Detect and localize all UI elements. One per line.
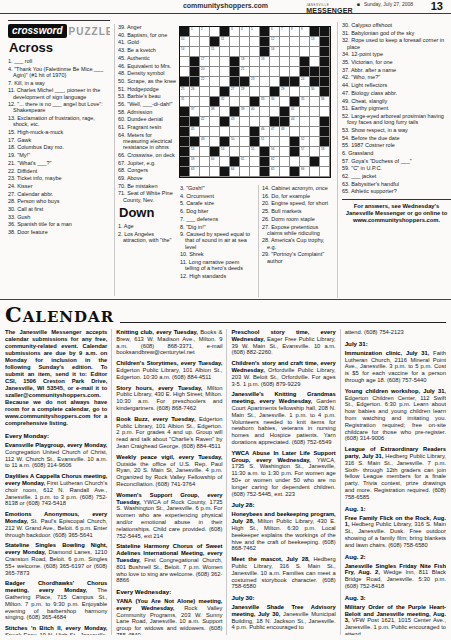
grid-cell[interactable] xyxy=(300,157,309,166)
grid-cell[interactable]: 39 xyxy=(240,107,249,116)
calendar-entries-2: Knitting club, every Tuesday, Books & Br… xyxy=(116,329,222,635)
grid-cell[interactable]: 53 xyxy=(190,147,199,156)
grid-cell-black xyxy=(260,47,269,56)
grid-cell[interactable] xyxy=(310,137,319,146)
grid-cell[interactable] xyxy=(220,127,229,136)
calendar-column-2: Knitting club, every Tuesday, Books & Br… xyxy=(111,329,226,635)
grid-cell[interactable] xyxy=(220,157,229,166)
grid-cell[interactable] xyxy=(310,127,319,136)
clue-number: 57 xyxy=(301,147,304,150)
clue-number: 16 xyxy=(271,47,274,50)
grid-cell[interactable]: 29 xyxy=(280,87,289,96)
grid-cell[interactable]: 32 xyxy=(220,97,229,106)
grid-cell[interactable]: 56 xyxy=(270,147,279,156)
grid-cell[interactable] xyxy=(250,57,259,66)
calendar-entry: Children's Storytimes, every Tuesday, Ed… xyxy=(116,360,222,380)
clue-number: 42 xyxy=(201,117,204,120)
clue-number: 21 xyxy=(241,67,244,70)
down-clues-4: 30. Calypso offshoot31. Babylonian god o… xyxy=(342,22,451,195)
grid-cell[interactable] xyxy=(240,137,249,146)
calendar-entry: Stitches 'n Bitch II, every Monday, Spea… xyxy=(5,625,107,635)
grid-cell[interactable]: 24 xyxy=(300,77,309,86)
across-clue: 12. "... there is no ___ angel but Love"… xyxy=(8,101,110,113)
calendar-column-4: attend. (608) 754-2123July 31:Immunizati… xyxy=(340,329,446,635)
across-clue: 61. Fragrant resin xyxy=(118,124,179,130)
clue-number: 31 xyxy=(181,97,184,100)
down-clue: 37. Abbr. after a name xyxy=(342,67,451,73)
down-clue: 8. "Dig in!" xyxy=(180,224,254,230)
grid-cell-black xyxy=(230,107,239,116)
grid-cell[interactable]: 64 xyxy=(230,167,239,176)
grid-cell[interactable] xyxy=(260,67,269,76)
grid-cell[interactable]: 11 xyxy=(220,37,229,46)
grid-cell-black xyxy=(320,137,329,146)
grid-cell[interactable] xyxy=(210,127,219,136)
clue-number: 43 xyxy=(231,117,234,120)
grid-cell[interactable] xyxy=(200,147,209,156)
grid-cell[interactable] xyxy=(260,77,269,86)
grid-cell[interactable] xyxy=(270,137,279,146)
grid-cell[interactable]: 46 xyxy=(260,127,269,136)
puzzle-label: PUZZLE xyxy=(69,26,110,37)
grid-cell-black xyxy=(280,117,289,126)
down-clue: 44. Light reflectors xyxy=(342,82,451,88)
grid-cell[interactable]: 57 xyxy=(300,147,309,156)
grid-cell[interactable] xyxy=(310,107,319,116)
calendar-entry: Janesville Singles Friday Nite Fish Fry,… xyxy=(345,563,446,590)
grid-cell[interactable] xyxy=(280,137,289,146)
grid-cell[interactable]: 44 xyxy=(290,117,299,126)
grid-cell[interactable]: 23 xyxy=(250,77,259,86)
calendar-columns: The Janesville Messenger accepts calenda… xyxy=(5,329,446,635)
grid-cell[interactable] xyxy=(220,77,229,86)
grid-cell-black xyxy=(320,37,329,46)
grid-cell[interactable]: 66 xyxy=(300,167,309,176)
grid-cell[interactable] xyxy=(310,117,319,126)
grid-cell[interactable] xyxy=(230,147,239,156)
grid-cell[interactable] xyxy=(300,47,309,56)
across-clue: 66. Crosswise, on deck xyxy=(118,152,179,158)
clue-number: 36 xyxy=(321,97,324,100)
grid-cell[interactable] xyxy=(200,87,209,96)
grid-cell[interactable] xyxy=(250,87,259,96)
grid-cell[interactable]: 14 xyxy=(180,47,189,56)
grid-cell[interactable] xyxy=(210,167,219,176)
grid-cell[interactable] xyxy=(200,47,209,56)
grid-cell-black xyxy=(220,137,229,146)
grid-cell[interactable] xyxy=(230,127,239,136)
grid-cell[interactable]: 37 xyxy=(190,107,199,116)
down-clue: 2. Los Angeles attraction, with "the" xyxy=(118,231,179,243)
grid-cell-black xyxy=(270,87,279,96)
grid-cell[interactable]: 7 xyxy=(280,27,289,36)
grid-cell-black xyxy=(180,137,189,146)
down-clue: 42. "Who, me?" xyxy=(342,74,451,80)
grid-cell[interactable] xyxy=(290,47,299,56)
grid-cell-black xyxy=(190,117,199,126)
grid-cell[interactable] xyxy=(310,57,319,66)
grid-cell[interactable]: 48 xyxy=(280,127,289,136)
clue-number: 44 xyxy=(291,117,294,120)
grid-cell[interactable] xyxy=(280,157,289,166)
grid-cell-black xyxy=(220,167,229,176)
grid-cell[interactable] xyxy=(310,47,319,56)
grid-cell[interactable] xyxy=(280,97,289,106)
grid-cell[interactable] xyxy=(190,47,199,56)
page-header: communityshoppers.com JANESVILLE MESSENG… xyxy=(0,0,451,14)
grid-cell[interactable] xyxy=(220,57,229,66)
grid-cell-black xyxy=(310,27,319,36)
grid-cell[interactable] xyxy=(290,127,299,136)
grid-cell[interactable]: 51 xyxy=(260,137,269,146)
grid-cell[interactable]: 36 xyxy=(320,97,329,106)
down-clue: 14. Cabinet acronym, once xyxy=(262,185,335,191)
clue-number: 32 xyxy=(221,97,224,100)
grid-cell[interactable]: 26 xyxy=(190,87,199,96)
grid-cell[interactable]: 63 xyxy=(190,167,199,176)
down-clue: 52. Large-eyed arboreal prosimian having… xyxy=(342,113,451,125)
grid-cell[interactable] xyxy=(250,47,259,56)
clue-number: 24 xyxy=(301,77,304,80)
calendar-day-heading: Every Wednesday: xyxy=(116,588,222,595)
grid-cell[interactable] xyxy=(220,67,229,76)
grid-cell[interactable] xyxy=(200,167,209,176)
grid-cell[interactable]: 18 xyxy=(240,57,249,66)
grid-cell[interactable]: 28 xyxy=(240,87,249,96)
grid-cell[interactable] xyxy=(240,167,249,176)
clue-number: 40 xyxy=(251,107,254,110)
calendar-entry: Story hours, every Tuesday, Milton Publi… xyxy=(116,385,222,412)
grid-cell[interactable] xyxy=(310,97,319,106)
grid-cell[interactable]: 19 xyxy=(260,57,269,66)
grid-cell[interactable]: 3 xyxy=(230,27,239,36)
across-clue: 41. Gold xyxy=(118,39,179,45)
across-clue: 23. Ticket info, maybe xyxy=(8,175,110,181)
grid-cell[interactable] xyxy=(250,157,259,166)
down-clue: 6. Grassland xyxy=(342,150,451,156)
grid-cell[interactable] xyxy=(210,77,219,86)
grid-cell[interactable] xyxy=(290,37,299,46)
clue-number: 54 xyxy=(221,147,224,150)
grid-cell[interactable] xyxy=(240,97,249,106)
grid-cell[interactable]: 52 xyxy=(300,137,309,146)
grid-cell[interactable] xyxy=(210,137,219,146)
grid-cell-black xyxy=(320,27,329,36)
across-clue: 69. Above xyxy=(118,175,179,181)
grid-cell[interactable]: 8 xyxy=(290,27,299,36)
calendar-section: CALENDAR The Janesville Messenger accept… xyxy=(5,303,446,638)
across-clue: 1. ___ roll xyxy=(8,58,110,64)
clue-number: 5 xyxy=(251,27,253,30)
down-clue: 5. Carafe size xyxy=(180,200,254,206)
grid-cell[interactable] xyxy=(220,107,229,116)
grid-cell[interactable]: 40 xyxy=(250,107,259,116)
grid-cell[interactable]: 22 xyxy=(200,77,209,86)
grid-cell[interactable] xyxy=(310,167,319,176)
grid-cell[interactable]: 62 xyxy=(270,157,279,166)
calendar-entry: Janesville's Knitting Grandmas meeting, … xyxy=(231,391,335,445)
grid-cell[interactable]: 55 xyxy=(250,147,259,156)
grid-cell[interactable]: 41 xyxy=(290,107,299,116)
clue-number: 11 xyxy=(221,37,224,40)
calendar-entry: Stateline Singles Bowling Night, every M… xyxy=(5,542,107,576)
clue-number: 34 xyxy=(271,97,274,100)
grid-cell-black xyxy=(290,97,299,106)
clue-number: 53 xyxy=(191,147,194,150)
grid-cell[interactable] xyxy=(320,107,329,116)
calendar-day-heading: July 30: xyxy=(231,594,335,601)
across-clues-2: 39. Anger40. Baptism, for one41. Gold43.… xyxy=(118,24,179,203)
clue-number: 38 xyxy=(211,107,214,110)
grid-cell[interactable] xyxy=(180,57,189,66)
clue-number: 45 xyxy=(191,127,194,130)
grid-cell[interactable]: 54 xyxy=(220,147,229,156)
down-clue: 11. Long narrative poem telling of a her… xyxy=(180,259,254,271)
across-clue: 33. Gush xyxy=(8,214,110,220)
across-clue: 40. Baptism, for one xyxy=(118,32,179,38)
down-clue: 4. Circumvent xyxy=(180,193,254,199)
grid-cell-black xyxy=(310,67,319,76)
grid-cell[interactable] xyxy=(300,37,309,46)
grid-cell[interactable] xyxy=(290,57,299,66)
clue-number: 15 xyxy=(211,47,214,50)
grid-cell[interactable]: 35 xyxy=(300,97,309,106)
across-clue: 30. Call at first xyxy=(8,206,110,212)
grid-cell[interactable] xyxy=(260,107,269,116)
grid-cell[interactable] xyxy=(200,127,209,136)
grid-cell[interactable]: 43 xyxy=(230,117,239,126)
grid-cell[interactable] xyxy=(280,67,289,76)
grid-cell[interactable]: 6 xyxy=(270,27,279,36)
grid-cell[interactable] xyxy=(200,107,209,116)
across-clue: 43. Be a kvetch xyxy=(118,47,179,53)
grid-cell[interactable] xyxy=(230,47,239,56)
clue-number: 59 xyxy=(191,157,194,160)
grid-cell[interactable]: 50 xyxy=(230,137,239,146)
down-clue: 3. "Gosh!" xyxy=(180,185,254,191)
grid-cell[interactable]: 60 xyxy=(210,157,219,166)
grid-cell[interactable]: 13 xyxy=(310,37,319,46)
grid-cell[interactable] xyxy=(300,87,309,96)
grid-cell[interactable]: 38 xyxy=(210,107,219,116)
grid-cell-black xyxy=(290,137,299,146)
grid-cell[interactable] xyxy=(230,97,239,106)
clue-number: 4 xyxy=(241,27,243,30)
grid-cell[interactable]: 17 xyxy=(200,57,209,66)
grid-cell[interactable] xyxy=(300,117,309,126)
grid-cell[interactable] xyxy=(200,97,209,106)
grid-cell[interactable]: 1 xyxy=(190,27,199,36)
down-clue: 54. Before the due date xyxy=(342,135,451,141)
grid-cell[interactable] xyxy=(210,87,219,96)
across-clue: 36. Spanish title for a man xyxy=(8,221,110,227)
down-clue: 30. Calypso offshoot xyxy=(342,22,451,28)
grid-cell-black xyxy=(210,147,219,156)
down-clue: 49. Cheat, slangily xyxy=(342,98,451,104)
grid-cell[interactable] xyxy=(280,47,289,56)
grid-cell[interactable]: 30 xyxy=(310,87,319,96)
grid-cell[interactable]: 49 xyxy=(200,137,209,146)
down-clue: 57. Goya's "Duchess of ___" xyxy=(342,158,451,164)
grid-cell-black xyxy=(250,127,259,136)
grid-cell[interactable] xyxy=(240,127,249,136)
down-clue: 9. Caused by speed equal to that of soun… xyxy=(180,231,254,250)
grid-cell-black xyxy=(320,57,329,66)
grid-cell[interactable] xyxy=(290,87,299,96)
grid-cell[interactable] xyxy=(280,57,289,66)
grid-cell[interactable] xyxy=(200,37,209,46)
down-clue: 51. Earthy pigment xyxy=(342,105,451,111)
grid-cell-black xyxy=(270,117,279,126)
crossword-clues-column-4: 14. Cabinet acronym, once16. Do, for exa… xyxy=(258,185,335,297)
calendar-entries-3: Preschool story time, every Wednesday, E… xyxy=(231,329,335,631)
grid-cell[interactable] xyxy=(210,67,219,76)
grid-cell[interactable]: 21 xyxy=(240,67,249,76)
down-clue: 6. Dog biter xyxy=(180,208,254,214)
grid-cell[interactable] xyxy=(250,117,259,126)
grid-cell-black xyxy=(190,77,199,86)
grid-cell[interactable]: 33 xyxy=(260,97,269,106)
grid-cell[interactable] xyxy=(260,117,269,126)
calendar-entry: Military Order of the Purple Heart-Beloi… xyxy=(345,604,446,635)
calendar-entry: Book Buzz, every Tuesday, Edgerton Publi… xyxy=(116,416,222,450)
clue-number: 61 xyxy=(241,157,244,160)
grid-cell[interactable]: 12 xyxy=(270,37,279,46)
calendar-title-rule xyxy=(120,322,446,323)
grid-cell[interactable] xyxy=(210,27,219,36)
clue-number: 22 xyxy=(201,77,204,80)
grid-cell-black xyxy=(260,157,269,166)
grid-cell[interactable]: 65 xyxy=(270,167,279,176)
grid-cell[interactable] xyxy=(270,57,279,66)
grid-cell[interactable] xyxy=(280,37,289,46)
grid-cell[interactable] xyxy=(270,77,279,86)
grid-cell[interactable] xyxy=(320,157,329,166)
grid-cell[interactable] xyxy=(220,47,229,56)
calendar-entry: attend. (608) 754-2123 xyxy=(345,329,446,336)
calendar-day-heading: Aug. 3: xyxy=(345,594,446,601)
page-number: 13 xyxy=(431,0,443,12)
calendar-entry: Free Family Flick on the Rock, Aug. 1, H… xyxy=(345,515,446,549)
grid-cell[interactable] xyxy=(180,67,189,76)
grid-cell[interactable] xyxy=(240,37,249,46)
down-clue: 29. "Portnoy's Complaint" author xyxy=(262,251,335,263)
grid-cell[interactable] xyxy=(250,167,259,176)
grid-cell[interactable]: 61 xyxy=(240,157,249,166)
down-clue: 34. 12-point type xyxy=(342,51,451,57)
grid-cell[interactable] xyxy=(270,107,279,116)
grid-cell[interactable] xyxy=(250,67,259,76)
across-clue: 67. Jupiter, e.g. xyxy=(118,160,179,166)
clue-number: 1 xyxy=(191,27,193,30)
clue-number: 19 xyxy=(261,57,264,60)
across-heading: Across xyxy=(9,40,110,55)
grid-cell[interactable]: 34 xyxy=(270,97,279,106)
across-clue: 11. Charles Michel ___, pioneer in the d… xyxy=(8,87,110,99)
grid-cell-black xyxy=(250,97,259,106)
grid-cell[interactable] xyxy=(280,147,289,156)
grid-cell[interactable] xyxy=(240,117,249,126)
grid-cell[interactable]: 2 xyxy=(200,27,209,36)
grid-cell[interactable]: 20 xyxy=(200,67,209,76)
clue-number: 58 xyxy=(321,147,324,150)
grid-cell[interactable]: 42 xyxy=(200,117,209,126)
grid-cell[interactable]: 31 xyxy=(180,97,189,106)
grid-cell[interactable] xyxy=(280,167,289,176)
grid-cell[interactable]: 58 xyxy=(320,147,329,156)
clue-number: 3 xyxy=(231,27,233,30)
clue-number: 64 xyxy=(231,167,234,170)
grid-cell[interactable]: 9 xyxy=(300,27,309,36)
across-clue: 7. Kill, in a way xyxy=(8,80,110,86)
grid-cell-black xyxy=(290,167,299,176)
grid-cell[interactable] xyxy=(250,37,259,46)
calendar-entry: Meet the mascot, July 28, Hedberg Public… xyxy=(231,556,335,590)
grid-cell[interactable]: 15 xyxy=(210,47,219,56)
across-clue: 53. Barbie's beau xyxy=(118,93,179,99)
grid-cell[interactable] xyxy=(300,127,309,136)
across-clue: 46. Equivalent to Mrs. xyxy=(118,63,179,69)
grid-cell-black xyxy=(260,147,269,156)
grid-cell[interactable] xyxy=(230,37,239,46)
grid-cell[interactable] xyxy=(290,157,299,166)
grid-cell[interactable] xyxy=(270,67,279,76)
grid-cell[interactable]: 5 xyxy=(250,27,259,36)
grid-cell-black xyxy=(180,157,189,166)
grid-cell[interactable] xyxy=(190,97,199,106)
grid-cell[interactable]: 25 xyxy=(180,87,189,96)
clue-number: 27 xyxy=(231,87,234,90)
clue-number: 9 xyxy=(301,27,303,30)
issue-date: Sunday, July 27, 2008 xyxy=(364,1,413,7)
clue-number: 28 xyxy=(241,87,244,90)
grid-cell-black xyxy=(180,167,189,176)
grid-cell-black xyxy=(190,57,199,66)
grid-cell[interactable] xyxy=(210,117,219,126)
grid-cell[interactable] xyxy=(300,107,309,116)
grid-cell[interactable] xyxy=(190,37,199,46)
grid-cell[interactable] xyxy=(260,87,269,96)
grid-cell[interactable]: 4 xyxy=(240,27,249,36)
across-clue: 15. High-muck-a-muck xyxy=(8,129,110,135)
grid-cell[interactable]: 47 xyxy=(270,127,279,136)
grid-cell[interactable]: 27 xyxy=(230,87,239,96)
grid-cell[interactable]: 16 xyxy=(270,47,279,56)
crossword-grid[interactable]: 1234567891011121314151617181920212223242… xyxy=(179,26,331,178)
clue-number: 8 xyxy=(291,27,293,30)
grid-cell[interactable] xyxy=(290,67,299,76)
grid-cell-black xyxy=(180,107,189,116)
grid-cell[interactable] xyxy=(240,147,249,156)
grid-cell[interactable] xyxy=(200,157,209,166)
grid-cell[interactable] xyxy=(320,167,329,176)
grid-cell[interactable]: 10 xyxy=(180,37,189,46)
grid-cell-black xyxy=(180,77,189,86)
newspaper-page: communityshoppers.com JANESVILLE MESSENG… xyxy=(0,0,451,640)
grid-cell[interactable] xyxy=(240,47,249,56)
clue-number: 49 xyxy=(201,137,204,140)
calendar-entry: YANA (You Are Not Alone) meeting, every … xyxy=(116,598,222,635)
grid-cell[interactable] xyxy=(310,147,319,156)
down-clue: 63. Babysitter's handful xyxy=(342,181,451,187)
clue-number: 18 xyxy=(241,57,244,60)
grid-cell[interactable]: 59 xyxy=(190,157,199,166)
grid-cell[interactable]: 45 xyxy=(190,127,199,136)
clue-number: 26 xyxy=(191,87,194,90)
grid-cell[interactable] xyxy=(210,57,219,66)
section-divider xyxy=(0,299,451,300)
calendar-entry: Preschool story time, every Wednesday, E… xyxy=(231,329,335,356)
